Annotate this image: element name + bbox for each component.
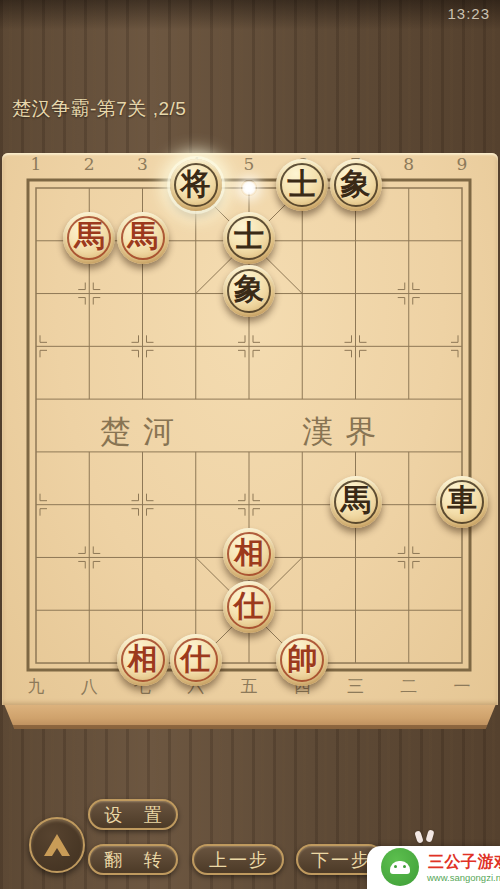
arrow-up-icon bbox=[39, 827, 75, 863]
settings-button[interactable]: 设 置 bbox=[88, 799, 178, 830]
robot-face-icon bbox=[390, 861, 410, 874]
expand-menu-button[interactable] bbox=[29, 817, 85, 873]
app-screen: 13:23 楚汉争霸-第7关 ,2/5 123456789 九八七六五四三二一 … bbox=[0, 0, 500, 889]
statusbar-shade bbox=[0, 0, 500, 30]
pieces-layer: 将士象馬馬士象馬車相仕相仕帥 bbox=[2, 153, 498, 705]
piece-black-士[interactable]: 士 bbox=[223, 212, 275, 264]
piece-red-相[interactable]: 相 bbox=[223, 528, 275, 580]
last-move-marker bbox=[241, 180, 257, 196]
piece-black-馬[interactable]: 馬 bbox=[330, 476, 382, 528]
piece-black-象[interactable]: 象 bbox=[330, 159, 382, 211]
board-edge bbox=[2, 705, 498, 729]
piece-black-士[interactable]: 士 bbox=[276, 159, 328, 211]
piece-red-馬[interactable]: 馬 bbox=[117, 212, 169, 264]
xiangqi-board[interactable]: 123456789 九八七六五四三二一 楚河 漢界 将士象馬馬士象馬車相仕相仕帥 bbox=[2, 153, 498, 705]
level-title: 楚汉争霸-第7关 ,2/5 bbox=[12, 96, 186, 122]
clock-time: 13:23 bbox=[447, 5, 490, 22]
piece-red-馬[interactable]: 馬 bbox=[63, 212, 115, 264]
site-logo-icon bbox=[381, 848, 419, 886]
flip-board-button[interactable]: 翻 转 bbox=[88, 844, 178, 875]
prev-step-button[interactable]: 上一步 bbox=[192, 844, 284, 875]
piece-red-帥[interactable]: 帥 bbox=[276, 634, 328, 686]
piece-black-象[interactable]: 象 bbox=[223, 265, 275, 317]
watermark-site-name: 三公子游戏网 bbox=[428, 852, 500, 873]
piece-red-仕[interactable]: 仕 bbox=[170, 634, 222, 686]
watermark-site-url: www.sangongzi.net bbox=[427, 872, 500, 883]
site-watermark: 三公子游戏网 www.sangongzi.net bbox=[367, 846, 500, 889]
piece-red-相[interactable]: 相 bbox=[117, 634, 169, 686]
piece-red-仕[interactable]: 仕 bbox=[223, 581, 275, 633]
piece-black-車[interactable]: 車 bbox=[436, 476, 488, 528]
piece-black-将[interactable]: 将 bbox=[170, 159, 222, 211]
